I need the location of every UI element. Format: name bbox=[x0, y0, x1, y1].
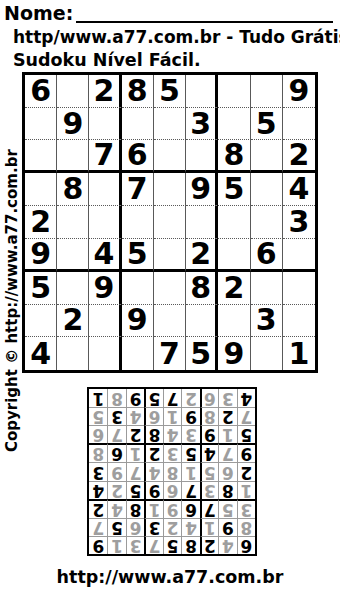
solution-cell: 8 bbox=[237, 518, 255, 536]
solution-cell: 4 bbox=[237, 389, 255, 407]
puzzle-cell bbox=[283, 272, 315, 305]
solution-cell: 4 bbox=[126, 407, 144, 425]
solution-cell: 9 bbox=[163, 499, 181, 518]
solution-cell: 6 bbox=[200, 389, 218, 407]
solution-cell: 3 bbox=[89, 462, 107, 480]
puzzle-cell bbox=[57, 337, 89, 370]
puzzle-cell: 2 bbox=[57, 305, 89, 338]
solution-cell: 5 bbox=[181, 443, 199, 462]
puzzle-cell: 3 bbox=[251, 305, 283, 338]
puzzle-cell bbox=[154, 108, 186, 141]
puzzle-cell bbox=[57, 206, 89, 239]
puzzle-cell bbox=[57, 272, 89, 305]
puzzle-cell: 4 bbox=[89, 239, 121, 272]
solution-cell: 4 bbox=[107, 499, 125, 518]
solution-cell: 5 bbox=[126, 481, 144, 499]
solution-cell: 7 bbox=[181, 481, 199, 499]
puzzle-cell bbox=[154, 140, 186, 173]
puzzle-cell bbox=[218, 206, 250, 239]
puzzle-cell: 9 bbox=[186, 173, 218, 206]
solution-cell: 8 bbox=[144, 425, 162, 443]
solution-cell: 8 bbox=[89, 443, 107, 462]
puzzle-cell bbox=[154, 305, 186, 338]
sudoku-puzzle-grid: 628599357682879542394526598229347591 bbox=[22, 72, 318, 373]
puzzle-cell: 2 bbox=[89, 75, 121, 108]
solution-cell: 2 bbox=[126, 425, 144, 443]
puzzle-cell bbox=[186, 305, 218, 338]
puzzle-cell: 3 bbox=[186, 108, 218, 141]
solution-cell: 2 bbox=[89, 499, 107, 518]
solution-cell: 9 bbox=[200, 425, 218, 443]
solution-cell: 1 bbox=[144, 499, 162, 518]
solution-cell: 9 bbox=[237, 443, 255, 462]
solution-cell: 3 bbox=[200, 481, 218, 499]
puzzle-cell bbox=[122, 108, 154, 141]
solution-cell: 2 bbox=[200, 536, 218, 554]
puzzle-cell: 9 bbox=[122, 305, 154, 338]
puzzle-cell bbox=[154, 272, 186, 305]
solution-cell: 1 bbox=[89, 389, 107, 407]
footer-url: http://www.a77.com.br bbox=[0, 567, 340, 587]
solution-cell: 1 bbox=[126, 443, 144, 462]
solution-cell: 6 bbox=[126, 518, 144, 536]
solution-cell: 1 bbox=[181, 462, 199, 480]
solution-cell: 9 bbox=[89, 536, 107, 554]
sudoku-solution-grid-rotated: 6428573198914236573576918421837695242651… bbox=[87, 387, 257, 556]
puzzle-cell bbox=[251, 206, 283, 239]
solution-cell: 5 bbox=[200, 462, 218, 480]
puzzle-cell: 8 bbox=[186, 272, 218, 305]
puzzle-cell: 8 bbox=[218, 140, 250, 173]
puzzle-cell: 4 bbox=[283, 173, 315, 206]
solution-cell: 4 bbox=[218, 536, 236, 554]
puzzle-cell bbox=[89, 337, 121, 370]
solution-cell: 4 bbox=[163, 425, 181, 443]
name-fill-line bbox=[76, 3, 333, 23]
solution-cell: 2 bbox=[144, 443, 162, 462]
puzzle-cell: 7 bbox=[122, 173, 154, 206]
puzzle-cell bbox=[122, 272, 154, 305]
solution-cell: 1 bbox=[237, 481, 255, 499]
puzzle-cell: 3 bbox=[283, 206, 315, 239]
solution-cell: 4 bbox=[181, 518, 199, 536]
site-title: http/www.a77.com.br - Tudo Grátis. bbox=[13, 27, 340, 47]
puzzle-cell: 9 bbox=[283, 75, 315, 108]
puzzle-cell bbox=[251, 140, 283, 173]
puzzle-cell: 7 bbox=[89, 140, 121, 173]
solution-cell: 6 bbox=[89, 425, 107, 443]
solution-cell: 2 bbox=[218, 407, 236, 425]
copyright-vertical-text: Copyright © http://www.a77.com.br bbox=[3, 149, 21, 452]
puzzle-cell: 5 bbox=[218, 173, 250, 206]
puzzle-cell bbox=[154, 173, 186, 206]
solution-cell: 5 bbox=[144, 389, 162, 407]
puzzle-cell bbox=[186, 75, 218, 108]
puzzle-cell bbox=[25, 108, 57, 141]
puzzle-cell bbox=[122, 337, 154, 370]
solution-cell: 7 bbox=[237, 407, 255, 425]
solution-cell: 3 bbox=[107, 407, 125, 425]
puzzle-cell bbox=[122, 206, 154, 239]
puzzle-cell: 8 bbox=[122, 75, 154, 108]
solution-cell: 6 bbox=[107, 443, 125, 462]
puzzle-cell bbox=[25, 140, 57, 173]
sudoku-print-page: Nome: http/www.a77.com.br - Tudo Grátis.… bbox=[0, 0, 340, 596]
solution-cell: 7 bbox=[107, 425, 125, 443]
puzzle-cell bbox=[218, 239, 250, 272]
solution-cell: 4 bbox=[144, 462, 162, 480]
puzzle-cell bbox=[283, 239, 315, 272]
solution-cell: 4 bbox=[200, 443, 218, 462]
solution-cell: 3 bbox=[218, 389, 236, 407]
puzzle-cell: 8 bbox=[57, 173, 89, 206]
puzzle-cell: 5 bbox=[25, 272, 57, 305]
solution-cell: 2 bbox=[181, 389, 199, 407]
solution-cell: 1 bbox=[107, 536, 125, 554]
puzzle-cell bbox=[251, 173, 283, 206]
puzzle-cell: 2 bbox=[283, 140, 315, 173]
solution-cell: 9 bbox=[126, 389, 144, 407]
puzzle-cell bbox=[25, 173, 57, 206]
solution-cell: 9 bbox=[107, 462, 125, 480]
puzzle-cell: 6 bbox=[25, 75, 57, 108]
puzzle-cell bbox=[218, 305, 250, 338]
solution-cell: 5 bbox=[107, 518, 125, 536]
solution-cell: 5 bbox=[163, 536, 181, 554]
solution-cell: 6 bbox=[237, 536, 255, 554]
solution-cell: 2 bbox=[163, 518, 181, 536]
solution-cell: 6 bbox=[144, 407, 162, 425]
puzzle-cell bbox=[89, 305, 121, 338]
puzzle-cell: 9 bbox=[218, 337, 250, 370]
puzzle-cell bbox=[154, 239, 186, 272]
puzzle-cell bbox=[283, 108, 315, 141]
solution-cell: 3 bbox=[144, 518, 162, 536]
solution-cell: 7 bbox=[126, 462, 144, 480]
solution-cell: 9 bbox=[181, 407, 199, 425]
puzzle-cell: 5 bbox=[154, 75, 186, 108]
puzzle-cell: 7 bbox=[154, 337, 186, 370]
puzzle-cell bbox=[283, 305, 315, 338]
puzzle-cell: 6 bbox=[251, 239, 283, 272]
solution-cell: 8 bbox=[200, 407, 218, 425]
name-label: Nome: bbox=[4, 2, 73, 24]
puzzle-cell: 2 bbox=[25, 206, 57, 239]
puzzle-cell bbox=[89, 206, 121, 239]
solution-cell: 8 bbox=[218, 481, 236, 499]
solution-cell: 7 bbox=[200, 499, 218, 518]
solution-cell: 7 bbox=[163, 389, 181, 407]
solution-cell: 3 bbox=[163, 443, 181, 462]
solution-cell: 2 bbox=[237, 462, 255, 480]
puzzle-cell bbox=[57, 75, 89, 108]
solution-cell: 9 bbox=[218, 518, 236, 536]
puzzle-cell bbox=[218, 75, 250, 108]
puzzle-cell bbox=[25, 305, 57, 338]
puzzle-cell: 2 bbox=[186, 239, 218, 272]
solution-cell: 7 bbox=[89, 518, 107, 536]
puzzle-cell: 5 bbox=[251, 108, 283, 141]
solution-cell: 3 bbox=[126, 536, 144, 554]
solution-cell: 3 bbox=[181, 425, 199, 443]
solution-cell: 5 bbox=[89, 407, 107, 425]
puzzle-cell bbox=[89, 173, 121, 206]
puzzle-cell bbox=[251, 272, 283, 305]
solution-cell: 2 bbox=[107, 481, 125, 499]
solution-cell: 7 bbox=[218, 443, 236, 462]
solution-cell: 5 bbox=[218, 499, 236, 518]
puzzle-cell bbox=[251, 337, 283, 370]
solution-cell: 3 bbox=[237, 499, 255, 518]
name-row: Nome: bbox=[4, 2, 333, 24]
puzzle-cell: 1 bbox=[283, 337, 315, 370]
puzzle-cell bbox=[89, 108, 121, 141]
puzzle-cell: 9 bbox=[57, 108, 89, 141]
solution-cell: 8 bbox=[163, 462, 181, 480]
puzzle-cell bbox=[57, 239, 89, 272]
puzzle-level-title: Sudoku Nível Fácil. bbox=[13, 50, 201, 70]
solution-cell: 5 bbox=[237, 425, 255, 443]
puzzle-cell bbox=[218, 108, 250, 141]
puzzle-cell bbox=[154, 206, 186, 239]
solution-cell: 1 bbox=[218, 425, 236, 443]
puzzle-cell: 2 bbox=[218, 272, 250, 305]
puzzle-cell bbox=[251, 75, 283, 108]
puzzle-cell: 9 bbox=[25, 239, 57, 272]
solution-cell: 1 bbox=[163, 407, 181, 425]
puzzle-cell: 5 bbox=[122, 239, 154, 272]
solution-cell: 6 bbox=[218, 462, 236, 480]
solution-cell: 8 bbox=[126, 499, 144, 518]
solution-cell: 1 bbox=[200, 518, 218, 536]
solution-cell: 7 bbox=[144, 536, 162, 554]
puzzle-cell bbox=[186, 206, 218, 239]
solution-cell: 6 bbox=[181, 499, 199, 518]
puzzle-cell bbox=[186, 140, 218, 173]
puzzle-cell: 9 bbox=[89, 272, 121, 305]
puzzle-cell bbox=[57, 140, 89, 173]
puzzle-cell: 4 bbox=[25, 337, 57, 370]
solution-cell: 8 bbox=[181, 536, 199, 554]
solution-cell: 9 bbox=[144, 481, 162, 499]
solution-cell: 4 bbox=[89, 481, 107, 499]
puzzle-cell: 5 bbox=[186, 337, 218, 370]
solution-cell: 8 bbox=[107, 389, 125, 407]
solution-cell: 6 bbox=[163, 481, 181, 499]
puzzle-cell: 6 bbox=[122, 140, 154, 173]
